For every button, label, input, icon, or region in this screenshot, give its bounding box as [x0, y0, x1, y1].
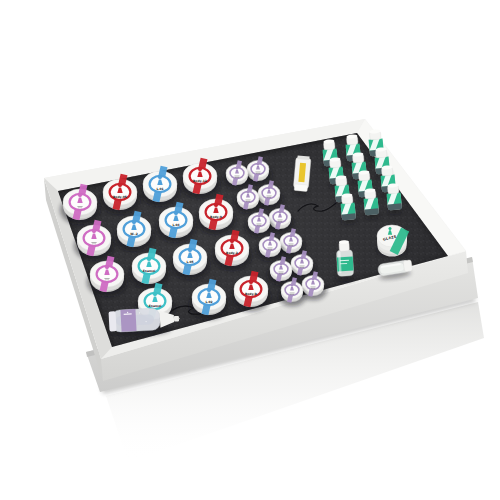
jar-label-text: L.05 [186, 260, 193, 264]
jar-label-text: Enamel [149, 304, 161, 308]
jar-label-text: L.04 [172, 223, 179, 227]
jar-label-text: Body-D [245, 292, 258, 296]
jar-label-text: W.-2 [130, 232, 138, 236]
jar-label-text: Body-2 [226, 251, 238, 255]
glaze-jar: GLAZE [376, 225, 409, 257]
jar-label-text: Enamel [143, 269, 155, 273]
jar-label-text: Body-12 [193, 179, 207, 183]
kit-scene: Body-12L.01Body-05Body-0L.04W.-2GLAZEBod… [0, 0, 500, 500]
jar-label-text: Body-0 [210, 215, 222, 219]
jar-label-text: L.02 [205, 300, 212, 304]
jar-label-text: Body-05 [113, 195, 127, 199]
jar-label-text: L.01 [156, 187, 163, 191]
product-photo: Body-12L.01Body-05Body-0L.04W.-2GLAZEBod… [0, 0, 500, 500]
